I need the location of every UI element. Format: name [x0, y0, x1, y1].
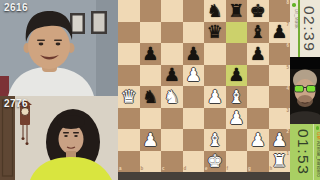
- square-d8[interactable]: [183, 0, 205, 22]
- square-c2[interactable]: [161, 129, 183, 151]
- black-pawn-f5[interactable]: ♟: [228, 66, 244, 84]
- square-f7[interactable]: [226, 22, 248, 44]
- rating-bottom: 2776: [4, 98, 28, 109]
- webcam-top-picture: [0, 0, 118, 96]
- square-f6[interactable]: [226, 43, 248, 65]
- square-g1[interactable]: g: [247, 151, 269, 173]
- player-name-bottom[interactable]: GM Azerail_hendero: [315, 132, 320, 177]
- square-d5[interactable]: ♟: [183, 65, 205, 87]
- coord-file-b: b: [141, 167, 144, 172]
- streamer-picture: [290, 57, 320, 124]
- webcam-streamer: [290, 57, 320, 124]
- coord-file-c: c: [162, 167, 165, 172]
- black-pawn-h7[interactable]: ♟: [271, 23, 287, 41]
- white-knight-c4[interactable]: ♞: [164, 87, 180, 105]
- square-f8[interactable]: ♜: [226, 0, 248, 22]
- square-f1[interactable]: f: [226, 151, 248, 173]
- white-rook-h1[interactable]: ♜: [271, 152, 287, 170]
- black-rook-f8[interactable]: ♜: [228, 1, 244, 19]
- square-c3[interactable]: [161, 108, 183, 130]
- clock-separator-line: [313, 124, 314, 180]
- square-h7[interactable]: ♟7: [269, 22, 291, 44]
- square-e7[interactable]: ♛: [204, 22, 226, 44]
- square-b7[interactable]: [140, 22, 162, 44]
- square-c6[interactable]: [161, 43, 183, 65]
- square-d2[interactable]: [183, 129, 205, 151]
- coord-rank-1: 1: [286, 152, 289, 157]
- square-f5[interactable]: ♟: [226, 65, 248, 87]
- black-pawn-b6[interactable]: ♟: [142, 44, 158, 62]
- chess-board[interactable]: ♞♜♚8♛♝♟7♟♟♟6♟♟♟5♛♞♞♟♝4♟3♟♝♟♟2abcd♚efg♜1h: [118, 0, 290, 172]
- coord-rank-2: 2: [286, 130, 289, 135]
- rating-top: 2616: [4, 2, 28, 13]
- square-g7[interactable]: ♝: [247, 22, 269, 44]
- black-pawn-d6[interactable]: ♟: [185, 44, 201, 62]
- square-g4[interactable]: [247, 86, 269, 108]
- stream-layout: 2616 2776 ♞♜♚8♛♝♟7♟♟♟6♟♟♟5♛: [0, 0, 320, 180]
- square-e1[interactable]: ♚e: [204, 151, 226, 173]
- square-h8[interactable]: 8: [269, 0, 291, 22]
- square-f4[interactable]: ♝: [226, 86, 248, 108]
- square-b2[interactable]: ♟: [140, 129, 162, 151]
- board-bottom-strip: [118, 172, 290, 180]
- white-pawn-h2[interactable]: ♟: [271, 130, 287, 148]
- square-c7[interactable]: [161, 22, 183, 44]
- square-b8[interactable]: [140, 0, 162, 22]
- coord-file-f: f: [227, 167, 229, 172]
- white-bishop-f4[interactable]: ♝: [228, 87, 244, 105]
- square-h6[interactable]: 6: [269, 43, 291, 65]
- coord-rank-5: 5: [286, 66, 289, 71]
- player-name-top[interactable]: Dr_Matik: [293, 9, 298, 29]
- square-g5[interactable]: [247, 65, 269, 87]
- square-g6[interactable]: ♟: [247, 43, 269, 65]
- square-e6[interactable]: [204, 43, 226, 65]
- coord-file-g: g: [248, 167, 251, 172]
- square-h1[interactable]: ♜1h: [269, 151, 291, 173]
- square-e5[interactable]: [204, 65, 226, 87]
- black-bishop-g7[interactable]: ♝: [250, 23, 266, 41]
- square-h3[interactable]: 3: [269, 108, 291, 130]
- coord-rank-6: 6: [286, 44, 289, 49]
- clock-time-top: 02:39: [301, 6, 318, 52]
- white-bishop-e2[interactable]: ♝: [207, 130, 223, 148]
- square-a2[interactable]: [118, 129, 140, 151]
- square-f2[interactable]: [226, 129, 248, 151]
- square-h5[interactable]: 5: [269, 65, 291, 87]
- webcam-player-bottom: 2776: [0, 96, 118, 180]
- white-queen-a4[interactable]: ♛: [121, 87, 137, 105]
- coord-file-e: e: [205, 167, 208, 172]
- black-pawn-c5[interactable]: ♟: [164, 66, 180, 84]
- square-e4[interactable]: ♟: [204, 86, 226, 108]
- black-queen-e7[interactable]: ♛: [207, 23, 223, 41]
- square-h4[interactable]: 4: [269, 86, 291, 108]
- square-g8[interactable]: ♚: [247, 0, 269, 22]
- square-b1[interactable]: b: [140, 151, 162, 173]
- white-king-e1[interactable]: ♚: [207, 152, 223, 170]
- square-e3[interactable]: [204, 108, 226, 130]
- coord-rank-8: 8: [286, 1, 289, 6]
- white-pawn-d5[interactable]: ♟: [185, 66, 201, 84]
- square-c5[interactable]: ♟: [161, 65, 183, 87]
- square-d7[interactable]: [183, 22, 205, 44]
- coord-file-a: a: [119, 167, 122, 172]
- black-king-g8[interactable]: ♚: [250, 1, 266, 19]
- square-g2[interactable]: ♟: [247, 129, 269, 151]
- square-a8[interactable]: [118, 0, 140, 22]
- white-pawn-f3[interactable]: ♟: [228, 109, 244, 127]
- coord-rank-7: 7: [286, 23, 289, 28]
- coord-file-d: d: [184, 167, 187, 172]
- square-a3[interactable]: [118, 108, 140, 130]
- square-b4[interactable]: ♞: [140, 86, 162, 108]
- online-dot-top: [292, 3, 296, 7]
- square-d3[interactable]: [183, 108, 205, 130]
- black-pawn-g6[interactable]: ♟: [250, 44, 266, 62]
- coord-file-h: h: [270, 167, 273, 172]
- player-handle-bottom: Azerail_hendero: [316, 141, 320, 177]
- square-e8[interactable]: ♞: [204, 0, 226, 22]
- clock-accent-line: [298, 0, 300, 57]
- sunglasses-icon: [295, 86, 304, 93]
- square-a7[interactable]: [118, 22, 140, 44]
- square-a4[interactable]: ♛: [118, 86, 140, 108]
- square-d6[interactable]: ♟: [183, 43, 205, 65]
- square-d1[interactable]: d: [183, 151, 205, 173]
- square-a6[interactable]: [118, 43, 140, 65]
- square-e2[interactable]: ♝: [204, 129, 226, 151]
- player-title-bottom: GM: [316, 132, 320, 141]
- black-knight-b4[interactable]: ♞: [142, 87, 158, 105]
- clock-bottom: 01:53 GM Azerail_hendero: [290, 124, 320, 180]
- square-c1[interactable]: c: [161, 151, 183, 173]
- square-c4[interactable]: ♞: [161, 86, 183, 108]
- white-pawn-g2[interactable]: ♟: [250, 130, 266, 148]
- square-d4[interactable]: [183, 86, 205, 108]
- clock-time-bottom: 01:53: [294, 129, 311, 175]
- coord-rank-4: 4: [286, 87, 289, 92]
- white-pawn-e4[interactable]: ♟: [207, 87, 223, 105]
- clock-top: Dr_Matik 02:39: [290, 0, 320, 57]
- square-c8[interactable]: [161, 0, 183, 22]
- online-dot-bottom: [316, 126, 320, 130]
- black-knight-e8[interactable]: ♞: [207, 1, 223, 19]
- square-f3[interactable]: ♟: [226, 108, 248, 130]
- square-b3[interactable]: [140, 108, 162, 130]
- square-a1[interactable]: a: [118, 151, 140, 173]
- square-b5[interactable]: [140, 65, 162, 87]
- square-h2[interactable]: ♟2: [269, 129, 291, 151]
- webcam-player-top: 2616: [0, 0, 118, 96]
- coord-rank-3: 3: [286, 109, 289, 114]
- square-a5[interactable]: [118, 65, 140, 87]
- square-b6[interactable]: ♟: [140, 43, 162, 65]
- square-g3[interactable]: [247, 108, 269, 130]
- white-pawn-b2[interactable]: ♟: [142, 130, 158, 148]
